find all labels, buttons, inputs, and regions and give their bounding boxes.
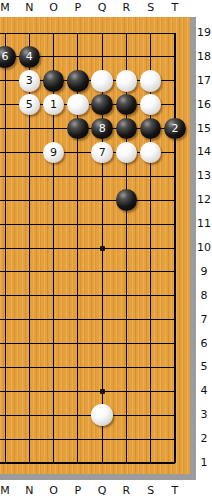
row-label-15: 15 [195,122,212,136]
move-number-label: 8 [99,123,106,134]
column-label-bottom-N: N [20,484,38,498]
row-label-16: 16 [195,98,212,112]
move-number-label: 1 [50,99,57,110]
row-label-8: 8 [195,289,212,303]
stone-black-R12 [116,189,138,211]
stone-white-N17: 3 [19,70,41,92]
move-number-label: 3 [26,75,33,86]
move-number-label: 9 [50,147,57,158]
column-label-top-S: S [142,1,160,15]
star-point-Q10 [100,246,105,251]
column-label-top-O: O [45,1,63,15]
stone-black-Q16 [91,94,113,116]
stone-white-Q14: 7 [91,142,113,164]
stone-black-P15 [67,118,89,140]
stone-white-Q17 [91,70,113,92]
stone-white-P16 [67,94,89,116]
go-board[interactable]: 643518297 [0,17,190,474]
row-label-4: 4 [195,384,212,398]
row-label-10: 10 [195,241,212,255]
row-label-19: 19 [195,26,212,40]
column-label-top-P: P [69,1,87,15]
move-number-label: 5 [26,99,33,110]
stone-black-N18: 4 [19,46,41,68]
stone-black-T15: 2 [164,118,186,140]
stone-white-S17 [140,70,162,92]
stone-black-O17 [43,70,65,92]
stone-black-P17 [67,70,89,92]
row-label-18: 18 [195,50,212,64]
go-diagram: 643518297 MNOPQRSTMNOPQRST19181716151413… [0,0,212,500]
row-label-17: 17 [195,74,212,88]
column-label-bottom-S: S [142,484,160,498]
column-label-top-T: T [166,1,184,15]
stone-black-Q15: 8 [91,118,113,140]
move-number-label: 7 [99,147,106,158]
stone-white-R17 [116,70,138,92]
column-label-bottom-T: T [166,484,184,498]
row-label-3: 3 [195,408,212,422]
row-label-14: 14 [195,145,212,159]
column-label-bottom-O: O [45,484,63,498]
row-label-6: 6 [195,337,212,351]
column-label-top-M: M [0,1,14,15]
move-number-label: 2 [171,123,178,134]
move-number-label: 6 [2,51,9,62]
column-label-bottom-R: R [117,484,135,498]
row-label-12: 12 [195,193,212,207]
row-label-13: 13 [195,169,212,183]
column-label-bottom-Q: Q [93,484,111,498]
row-label-7: 7 [195,313,212,327]
row-label-5: 5 [195,360,212,374]
row-label-2: 2 [195,432,212,446]
row-label-9: 9 [195,265,212,279]
row-label-11: 11 [195,217,212,231]
star-point-Q4 [100,389,105,394]
move-number-label: 4 [26,51,33,62]
column-label-bottom-P: P [69,484,87,498]
column-label-top-Q: Q [93,1,111,15]
column-label-top-N: N [20,1,38,15]
row-label-1: 1 [195,456,212,470]
column-label-top-R: R [117,1,135,15]
column-label-bottom-M: M [0,484,14,498]
stone-white-Q3 [91,404,113,426]
